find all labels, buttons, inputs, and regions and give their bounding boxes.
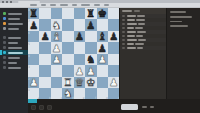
white-queen: ♛: [75, 76, 84, 87]
square-d5[interactable]: [62, 42, 73, 53]
square-h4[interactable]: [108, 54, 119, 65]
black-move[interactable]: [138, 23, 145, 25]
square-e2[interactable]: ♛: [74, 77, 85, 88]
sidebar-item-label: [8, 28, 19, 30]
square-b8[interactable]: [39, 8, 50, 19]
move-list-header-item[interactable]: [122, 10, 132, 12]
square-h6[interactable]: ♟: [108, 31, 119, 42]
square-c3[interactable]: [51, 65, 62, 76]
list-item-icon: [3, 41, 6, 44]
square-c2[interactable]: [51, 77, 62, 88]
square-a4[interactable]: 4: [28, 54, 39, 65]
status-button[interactable]: [47, 105, 52, 110]
move-list-rows: [120, 14, 165, 50]
black-move[interactable]: [137, 15, 145, 17]
menu-item[interactable]: [30, 4, 37, 6]
info-line: [170, 16, 192, 18]
white-king: ♚: [86, 76, 95, 87]
white-move[interactable]: [127, 27, 134, 29]
square-h1[interactable]: h: [108, 88, 119, 99]
square-g3[interactable]: [97, 65, 108, 76]
white-knight: ♞: [63, 88, 72, 99]
square-d4[interactable]: [62, 54, 73, 65]
sidebar-item-11[interactable]: [0, 65, 28, 70]
status-pill-button[interactable]: [121, 104, 138, 110]
white-move[interactable]: [127, 43, 134, 45]
black-pawn: ♟: [40, 31, 49, 42]
green-app-icon: [3, 12, 6, 15]
sidebar-item-label: [8, 52, 23, 54]
list-item-icon: [3, 61, 6, 64]
square-b5[interactable]: [39, 42, 50, 53]
rank-coordinate: 3: [28, 65, 30, 68]
sidebar-item-label: [8, 37, 21, 39]
move-number: [122, 23, 125, 25]
square-d7[interactable]: [62, 19, 73, 30]
white-bishop: ♝: [52, 31, 61, 42]
black-pawn: ♟: [75, 31, 84, 42]
black-move[interactable]: [138, 39, 146, 41]
square-g1[interactable]: g: [97, 88, 108, 99]
square-a2[interactable]: 2♟: [28, 77, 39, 88]
move-number: [122, 27, 125, 29]
sidebar-item-label: [8, 42, 18, 44]
white-move[interactable]: [127, 23, 137, 25]
white-move[interactable]: [127, 47, 136, 49]
menu-item[interactable]: [94, 4, 100, 6]
square-h2[interactable]: ♟: [108, 77, 119, 88]
sidebar-item-label: [8, 13, 22, 15]
move-number: [122, 47, 125, 49]
info-line: [170, 11, 186, 13]
rank-coordinate: 5: [28, 42, 30, 45]
square-h5[interactable]: [108, 42, 119, 53]
square-f6[interactable]: [85, 31, 96, 42]
move-row[interactable]: [120, 46, 165, 50]
black-pawn: ♟: [86, 19, 95, 30]
square-b6[interactable]: ♟: [39, 31, 50, 42]
status-button[interactable]: [39, 105, 44, 110]
menu-item[interactable]: [81, 4, 90, 6]
white-pawn: ♟: [52, 54, 61, 65]
square-h8[interactable]: [108, 8, 119, 19]
gray-app-icon: [3, 27, 6, 30]
status-bar: [28, 99, 200, 113]
square-f1[interactable]: f: [85, 88, 96, 99]
sidebar-item-label: [8, 57, 20, 59]
white-pawn: ♟: [52, 42, 61, 53]
square-d1[interactable]: d♞: [62, 88, 73, 99]
square-a7[interactable]: 7♟: [28, 19, 39, 30]
sidebar: [0, 8, 28, 113]
move-number: [122, 43, 125, 45]
white-pawn: ♟: [75, 65, 84, 76]
move-number: [122, 31, 125, 33]
info-panel: [166, 8, 200, 99]
black-knight: ♞: [86, 54, 95, 65]
white-move[interactable]: [127, 31, 136, 33]
sidebar-item-label: [8, 47, 22, 49]
white-pawn: ♟: [98, 54, 107, 65]
list-item-icon: [3, 36, 6, 39]
square-b2[interactable]: [39, 77, 50, 88]
black-bishop: ♝: [98, 31, 107, 42]
status-text-dash: [142, 106, 147, 108]
black-move[interactable]: [135, 43, 144, 45]
black-move[interactable]: [135, 27, 143, 29]
menu-item[interactable]: [104, 4, 109, 6]
square-f7[interactable]: ♟: [85, 19, 96, 30]
sidebar-item-label: [8, 62, 17, 64]
black-move[interactable]: [137, 31, 146, 33]
menu-item[interactable]: [50, 4, 56, 6]
white-move[interactable]: [127, 39, 137, 41]
menu-item[interactable]: [41, 4, 46, 6]
square-b1[interactable]: b: [39, 88, 50, 99]
status-button[interactable]: [31, 105, 36, 110]
square-d6[interactable]: [62, 31, 73, 42]
chess-board: 8♜♜♚7♟♞♟6♟♝♟♝♟5♟♟4♟♞♟3♟♟2♟♜♛♚♟1abcd♞efgh: [28, 8, 119, 99]
black-rook: ♜: [86, 8, 95, 19]
move-number: [122, 15, 125, 17]
square-g8[interactable]: ♚: [97, 8, 108, 19]
white-rook: ♜: [63, 76, 72, 87]
status-buttons: [31, 105, 52, 110]
black-move[interactable]: [136, 35, 143, 37]
square-a5[interactable]: 5: [28, 42, 39, 53]
square-g4[interactable]: ♟: [97, 54, 108, 65]
info-line: [170, 21, 182, 23]
square-f2[interactable]: ♚: [85, 77, 96, 88]
square-c4[interactable]: ♟: [51, 54, 62, 65]
status-text-dash: [150, 106, 154, 108]
sidebar-item-label: [8, 23, 23, 25]
square-b3[interactable]: [39, 65, 50, 76]
move-number: [122, 39, 125, 41]
sidebar-item-4[interactable]: [0, 26, 28, 31]
square-e6[interactable]: ♟: [74, 31, 85, 42]
black-move[interactable]: [137, 47, 143, 49]
square-a1[interactable]: 1a: [28, 88, 39, 99]
active-item-icon: [3, 51, 6, 54]
white-move[interactable]: [127, 19, 135, 21]
white-knight: ♞: [52, 19, 61, 30]
black-rook: ♜: [29, 8, 38, 19]
black-pawn: ♟: [109, 31, 118, 42]
black-pawn: ♟: [29, 19, 38, 30]
move-number: [122, 35, 125, 37]
app-window: 8♜♜♚7♟♞♟6♟♝♟♝♟5♟♟4♟♞♟3♟♟2♟♜♛♚♟1abcd♞efgh: [0, 0, 200, 113]
list-item-icon: [3, 46, 6, 49]
square-e8[interactable]: [74, 8, 85, 19]
sidebar-item-label: [8, 67, 21, 69]
square-e1[interactable]: e: [74, 88, 85, 99]
square-b4[interactable]: [39, 54, 50, 65]
accent-badge: [28, 99, 37, 103]
blue-app-icon: [3, 17, 6, 20]
sidebar-item-label: [8, 18, 20, 20]
menu-item[interactable]: [72, 4, 77, 6]
square-e5[interactable]: [74, 42, 85, 53]
white-move[interactable]: [127, 35, 135, 37]
square-d8[interactable]: [62, 8, 73, 19]
square-c1[interactable]: c: [51, 88, 62, 99]
white-pawn: ♟: [29, 76, 38, 87]
menu-item[interactable]: [60, 4, 68, 6]
white-move[interactable]: [127, 15, 136, 17]
orange-app-icon: [3, 22, 6, 25]
rank-coordinate: 6: [28, 31, 30, 34]
move-list-panel: [119, 8, 165, 99]
move-number: [122, 19, 125, 21]
list-item-icon: [3, 56, 6, 59]
black-move[interactable]: [136, 19, 145, 21]
rank-coordinate: 1: [28, 88, 30, 91]
rank-coordinate: 4: [28, 54, 30, 57]
list-item-icon: [3, 66, 6, 69]
move-list-header-item[interactable]: [134, 10, 140, 12]
black-king: ♚: [98, 8, 107, 19]
square-g2[interactable]: [97, 77, 108, 88]
info-line: [170, 25, 188, 27]
white-pawn: ♟: [109, 76, 118, 87]
black-pawn: ♟: [98, 42, 107, 53]
white-pawn: ♟: [86, 65, 95, 76]
